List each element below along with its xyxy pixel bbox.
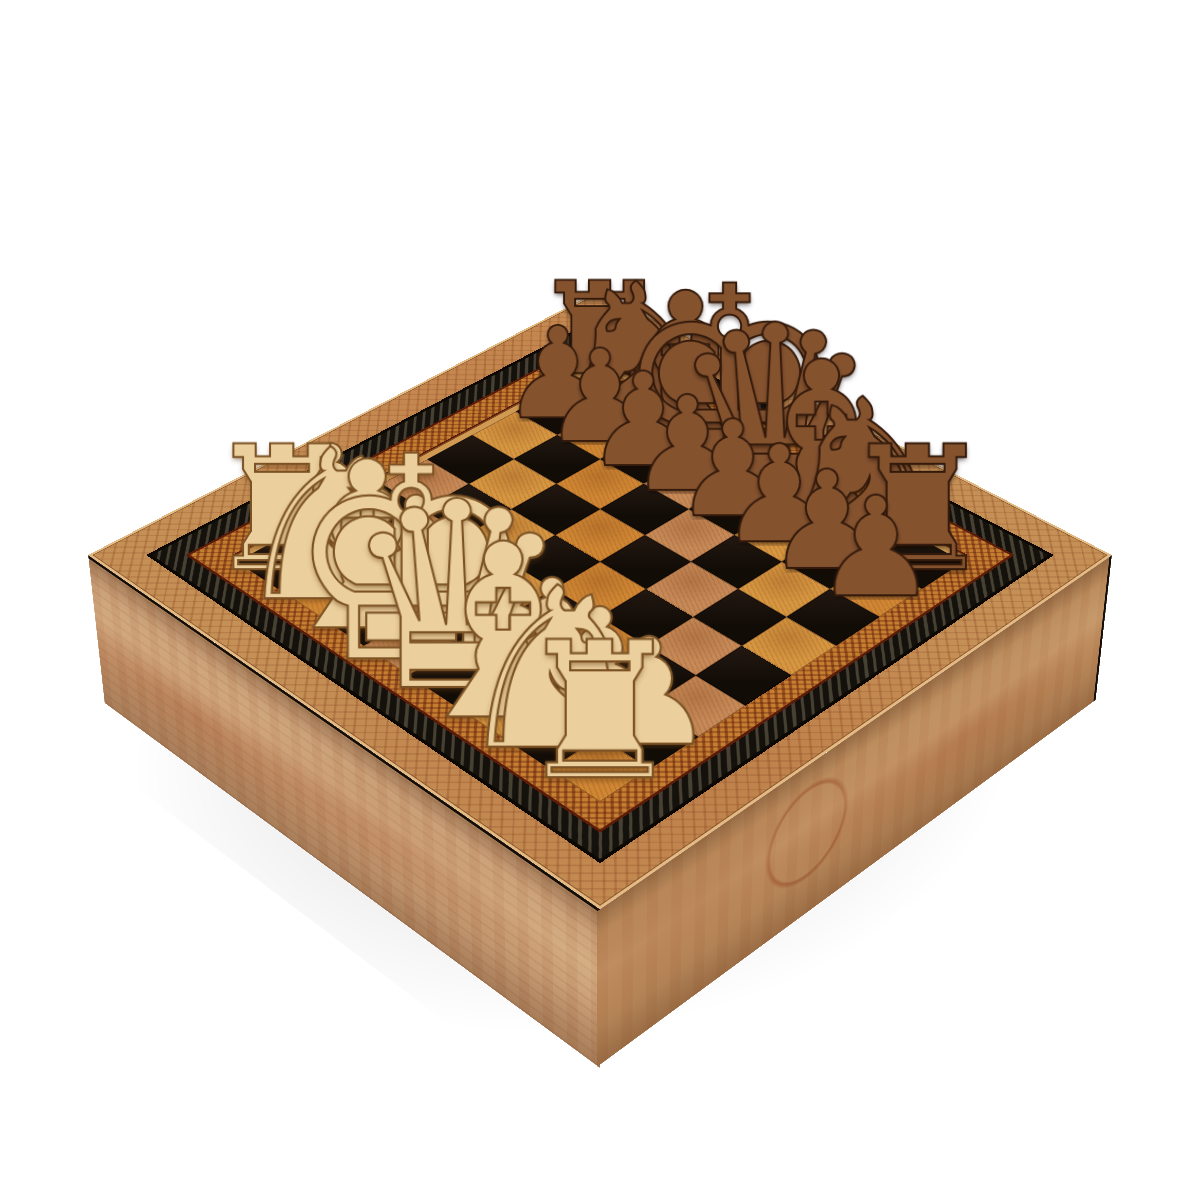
chess-set-photo: ♜♞♝♚♛♝♞♜♟♟♟♟♟♟♟♟♟♟♟♟♟♟♟♟♜♞♝♚♛♝♞♜ [0, 0, 1200, 1200]
square-a1[interactable]: ♜ [550, 737, 650, 802]
board-box: ♜♞♝♚♛♝♞♜♟♟♟♟♟♟♟♟♟♟♟♟♟♟♟♟♜♞♝♚♛♝♞♜ [88, 290, 1112, 909]
piece-white-rook[interactable]: ♜ [515, 617, 685, 807]
white-rook-glyph: ♜ [515, 617, 685, 807]
